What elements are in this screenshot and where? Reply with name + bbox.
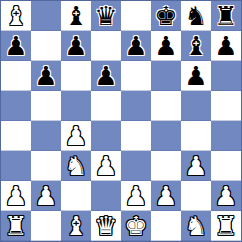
square-b6[interactable]: ♟	[31, 61, 61, 91]
square-g4[interactable]	[181, 121, 211, 151]
square-a5[interactable]	[1, 91, 31, 121]
piece-black-pawn: ♟	[94, 61, 117, 91]
piece-white-rook: ♜	[214, 211, 237, 241]
square-d6[interactable]: ♟	[91, 61, 121, 91]
square-d2[interactable]	[91, 181, 121, 211]
square-c4[interactable]: ♟	[61, 121, 91, 151]
square-b7[interactable]	[31, 31, 61, 61]
piece-white-king: ♚	[124, 211, 147, 241]
square-d8[interactable]: ♛	[91, 1, 121, 31]
square-g2[interactable]	[181, 181, 211, 211]
piece-white-bishop: ♝	[4, 1, 27, 31]
piece-black-bishop: ♝	[64, 1, 87, 31]
square-g8[interactable]: ♞	[181, 1, 211, 31]
square-e2[interactable]: ♟	[121, 181, 151, 211]
square-h5[interactable]	[211, 91, 241, 121]
piece-white-pawn: ♟	[94, 151, 117, 181]
square-b3[interactable]	[31, 151, 61, 181]
square-a2[interactable]: ♟	[1, 181, 31, 211]
piece-white-bishop: ♝	[64, 211, 87, 241]
square-e4[interactable]	[121, 121, 151, 151]
square-c1[interactable]: ♝	[61, 211, 91, 241]
square-d7[interactable]	[91, 31, 121, 61]
piece-black-pawn: ♟	[154, 31, 177, 61]
square-e3[interactable]	[121, 151, 151, 181]
piece-black-pawn: ♟	[4, 31, 27, 61]
piece-white-knight: ♞	[184, 211, 207, 241]
piece-black-pawn: ♟	[184, 61, 207, 91]
square-g5[interactable]	[181, 91, 211, 121]
piece-white-pawn: ♟	[4, 181, 27, 211]
square-f6[interactable]	[151, 61, 181, 91]
piece-black-bishop: ♝	[184, 31, 207, 61]
square-a8[interactable]: ♝	[1, 1, 31, 31]
square-e1[interactable]: ♚	[121, 211, 151, 241]
square-f2[interactable]: ♟	[151, 181, 181, 211]
square-g3[interactable]: ♟	[181, 151, 211, 181]
square-a6[interactable]	[1, 61, 31, 91]
square-c8[interactable]: ♝	[61, 1, 91, 31]
piece-white-pawn: ♟	[154, 181, 177, 211]
square-g6[interactable]: ♟	[181, 61, 211, 91]
square-f4[interactable]	[151, 121, 181, 151]
square-f3[interactable]	[151, 151, 181, 181]
square-h2[interactable]: ♟	[211, 181, 241, 211]
piece-black-king: ♚	[154, 1, 177, 31]
square-c3[interactable]: ♞	[61, 151, 91, 181]
square-g1[interactable]: ♞	[181, 211, 211, 241]
square-b1[interactable]	[31, 211, 61, 241]
piece-white-pawn: ♟	[214, 181, 237, 211]
square-b2[interactable]: ♟	[31, 181, 61, 211]
piece-white-pawn: ♟	[34, 181, 57, 211]
square-e7[interactable]: ♟	[121, 31, 151, 61]
square-f5[interactable]	[151, 91, 181, 121]
square-e6[interactable]	[121, 61, 151, 91]
piece-white-rook: ♜	[4, 211, 27, 241]
square-a7[interactable]: ♟	[1, 31, 31, 61]
square-h8[interactable]: ♜	[211, 1, 241, 31]
square-h1[interactable]: ♜	[211, 211, 241, 241]
piece-black-queen: ♛	[94, 1, 117, 31]
square-e5[interactable]	[121, 91, 151, 121]
piece-black-pawn: ♟	[124, 31, 147, 61]
square-c6[interactable]	[61, 61, 91, 91]
square-d3[interactable]: ♟	[91, 151, 121, 181]
square-b8[interactable]	[31, 1, 61, 31]
square-d1[interactable]: ♛	[91, 211, 121, 241]
square-h6[interactable]	[211, 61, 241, 91]
piece-white-pawn: ♟	[64, 121, 87, 151]
square-f7[interactable]: ♟	[151, 31, 181, 61]
chess-board: ♝♝♛♚♞♜♟♟♟♟♝♟♟♟♟♟♞♟♟♟♟♟♟♟♜♝♛♚♞♜	[0, 0, 242, 242]
square-f1[interactable]	[151, 211, 181, 241]
piece-black-knight: ♞	[184, 1, 207, 31]
square-a1[interactable]: ♜	[1, 211, 31, 241]
piece-black-rook: ♜	[214, 1, 237, 31]
piece-black-pawn: ♟	[34, 61, 57, 91]
square-g7[interactable]: ♝	[181, 31, 211, 61]
square-c2[interactable]	[61, 181, 91, 211]
piece-white-knight: ♞	[64, 151, 87, 181]
square-d4[interactable]	[91, 121, 121, 151]
square-h3[interactable]	[211, 151, 241, 181]
square-a4[interactable]	[1, 121, 31, 151]
square-h7[interactable]: ♟	[211, 31, 241, 61]
piece-white-pawn: ♟	[184, 151, 207, 181]
piece-black-pawn: ♟	[214, 31, 237, 61]
square-b4[interactable]	[31, 121, 61, 151]
square-c7[interactable]: ♟	[61, 31, 91, 61]
piece-white-pawn: ♟	[124, 181, 147, 211]
piece-white-queen: ♛	[94, 211, 117, 241]
square-c5[interactable]	[61, 91, 91, 121]
square-a3[interactable]	[1, 151, 31, 181]
square-f8[interactable]: ♚	[151, 1, 181, 31]
square-b5[interactable]	[31, 91, 61, 121]
square-d5[interactable]	[91, 91, 121, 121]
piece-black-pawn: ♟	[64, 31, 87, 61]
square-h4[interactable]	[211, 121, 241, 151]
square-e8[interactable]	[121, 1, 151, 31]
